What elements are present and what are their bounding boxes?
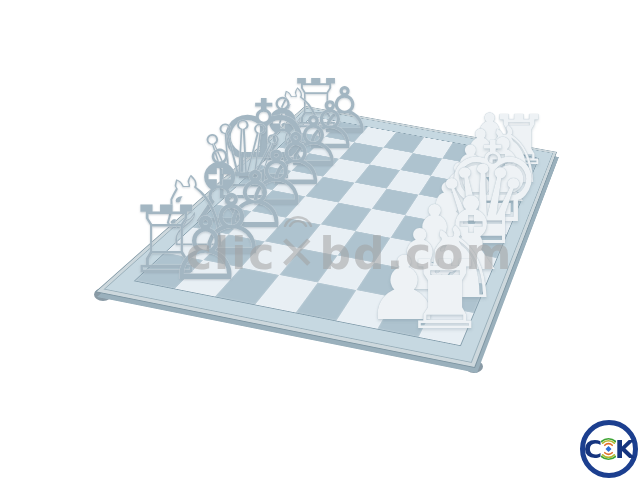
piece-frosted-knight: ♞ <box>476 117 546 195</box>
piece-frosted-pawn: ♟ <box>427 154 492 226</box>
logo-diamond-and-waves-icon <box>601 426 616 472</box>
piece-frosted-rook: ♜ <box>488 107 549 175</box>
piece-frosted-king: ♚ <box>443 128 543 239</box>
product-photo[interactable]: ♖♙♘♙♟♗♜♙♟♔♞♙♟♕♝♙♟♗♚♙♟♛♘♙♟♝♖♙♟♞♟♜ clic✕bd… <box>0 0 640 480</box>
watermark-text-right: bd <box>319 228 386 279</box>
watermark-k-mark: ✕ <box>277 226 318 280</box>
piece-clear-pawn: ♙ <box>243 142 310 217</box>
watermark-signal-arcs-icon <box>281 213 315 227</box>
watermark: clic✕bd.com <box>186 226 513 280</box>
piece-frosted-pawn: ♟ <box>439 137 501 206</box>
watermark-x-glyph: ✕ <box>277 226 318 280</box>
watermark-text-left: clic <box>186 228 276 279</box>
piece-clear-pawn: ♙ <box>300 93 359 159</box>
piece-frosted-pawn: ♟ <box>451 121 511 187</box>
piece-clear-rook: ♖ <box>286 71 346 138</box>
piece-clear-bishop: ♗ <box>244 87 322 174</box>
watermark-tld: .com <box>386 228 513 279</box>
piece-clear-queen: ♕ <box>195 108 291 215</box>
logo-letter-k: K <box>615 437 634 462</box>
logo-letter-c: C <box>584 437 602 462</box>
clickbd-logo: C K <box>580 420 638 478</box>
piece-frosted-bishop: ♝ <box>463 127 542 215</box>
piece-clear-bishop: ♗ <box>175 137 264 236</box>
piece-clear-pawn: ♙ <box>317 80 373 143</box>
piece-clear-king: ♔ <box>214 86 312 195</box>
piece-clear-knight: ♘ <box>266 79 334 155</box>
piece-clear-pawn: ♙ <box>264 124 328 196</box>
piece-frosted-pawn: ♟ <box>461 106 518 170</box>
piece-clear-pawn: ♙ <box>283 108 344 176</box>
